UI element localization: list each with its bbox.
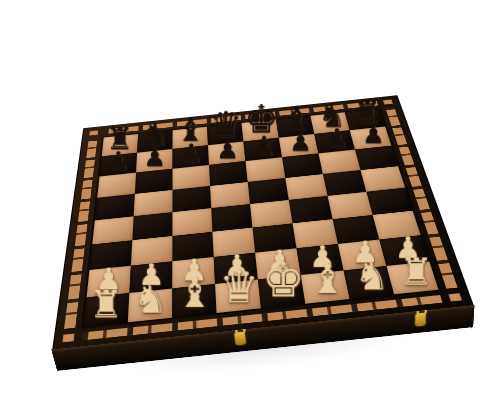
piece-black-queen: ♛ <box>210 107 242 143</box>
border-corner-bottom-left <box>62 333 74 342</box>
square-b7: ♟ <box>136 149 173 173</box>
square-h1: ♜ <box>386 262 438 295</box>
chess-set: ♜♞♝♛♚♝♞♜♟♟♟♟♟♟♟♟♟♟♟♟♟♟♟♟♜♞♝♛♚♝♞♜ <box>52 6 448 400</box>
square-c3 <box>172 232 213 262</box>
square-g7: ♟ <box>314 130 355 153</box>
square-e2: ♟ <box>255 248 301 279</box>
square-h5 <box>360 166 405 192</box>
square-a5 <box>95 194 135 221</box>
square-h4 <box>366 188 412 215</box>
square-f4 <box>289 196 333 223</box>
piece-white-pawn: ♟ <box>351 237 378 267</box>
square-e4 <box>250 200 293 228</box>
square-e5 <box>248 178 289 204</box>
piece-white-pawn: ♟ <box>266 246 293 276</box>
piece-white-pawn: ♟ <box>394 233 421 263</box>
folding-chess-board: ♜♞♝♛♚♝♞♜♟♟♟♟♟♟♟♟♟♟♟♟♟♟♟♟♜♞♝♛♚♝♞♜ <box>53 96 472 349</box>
square-b4 <box>132 212 172 240</box>
square-a1: ♜ <box>83 293 129 327</box>
square-f5 <box>285 174 327 200</box>
brass-clasp-left <box>234 332 246 346</box>
chessboard: ♜♞♝♛♚♝♞♜♟♟♟♟♟♟♟♟♟♟♟♟♟♟♟♟♜♞♝♛♚♝♞♜ <box>83 109 438 327</box>
border-corner-top-right <box>383 99 393 104</box>
piece-white-pawn: ♟ <box>180 255 207 285</box>
square-c1: ♝ <box>172 284 216 318</box>
square-e7: ♟ <box>243 138 282 161</box>
border-corner-bottom-right <box>448 293 462 302</box>
border-corner-top-left <box>89 130 98 136</box>
square-d5 <box>210 182 250 208</box>
square-g1: ♞ <box>344 266 395 299</box>
square-g5 <box>323 170 366 196</box>
piece-white-pawn: ♟ <box>138 260 165 290</box>
square-b1: ♞ <box>128 289 172 323</box>
square-d4 <box>211 204 252 232</box>
piece-white-pawn: ♟ <box>223 251 250 281</box>
square-d7: ♟ <box>208 142 245 165</box>
square-h7: ♟ <box>350 127 392 150</box>
square-c6 <box>172 165 210 190</box>
piece-white-pawn: ♟ <box>95 264 122 294</box>
square-f7: ♟ <box>279 134 319 157</box>
square-a4 <box>92 216 133 244</box>
square-e1: ♚ <box>258 275 305 308</box>
square-a6 <box>97 173 136 198</box>
square-g4 <box>328 192 373 219</box>
brass-clasp-right <box>415 313 426 327</box>
square-g2: ♟ <box>338 240 387 271</box>
piece-white-pawn: ♟ <box>309 242 336 272</box>
square-h2: ♟ <box>379 235 429 266</box>
square-b2: ♟ <box>129 261 172 293</box>
square-b5 <box>134 190 173 216</box>
product-photo-background: ♜♞♝♛♚♝♞♜♟♟♟♟♟♟♟♟♟♟♟♟♟♟♟♟♜♞♝♛♚♝♞♜ <box>0 0 500 400</box>
square-f1: ♝ <box>301 271 350 304</box>
piece-black-king: ♚ <box>244 100 278 138</box>
square-d1: ♛ <box>215 280 261 313</box>
square-c4 <box>172 208 212 236</box>
